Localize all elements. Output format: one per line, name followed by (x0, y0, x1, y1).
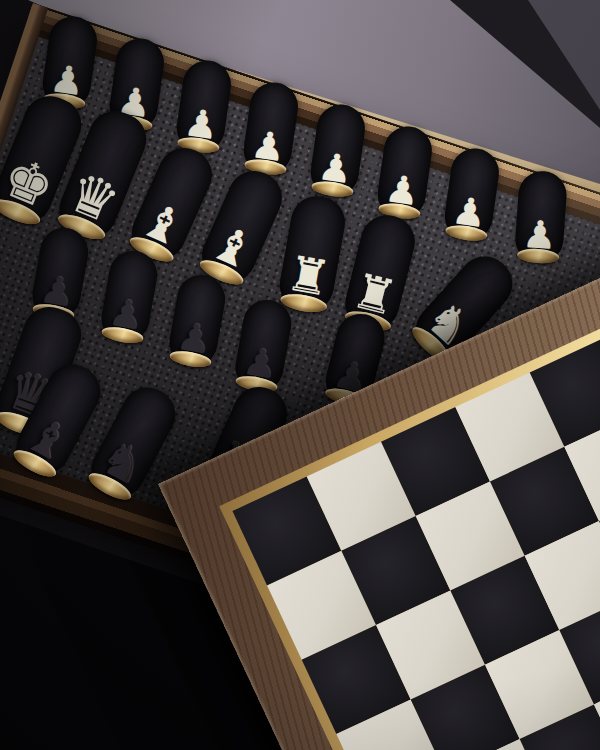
product-photo-chess-set: ♟♟♟♟♟♟♟♟♚♛♝♝♜♜♞♟♟♟♟♟♛♝♞♜ (0, 0, 600, 750)
